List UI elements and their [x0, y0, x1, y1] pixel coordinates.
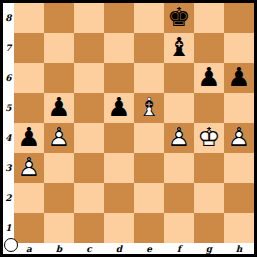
square-g5[interactable]	[194, 93, 224, 123]
rank-label-4: 4	[3, 123, 14, 153]
square-e3[interactable]	[134, 153, 164, 183]
rank-label-6: 6	[3, 63, 14, 93]
square-e5[interactable]: ♝♗	[134, 93, 164, 123]
file-label-h: h	[224, 243, 254, 254]
black-king-glyph: ♚	[164, 4, 194, 30]
square-h8[interactable]	[224, 3, 254, 33]
white-pawn-a3[interactable]: ♟♙	[14, 153, 44, 183]
square-e4[interactable]	[134, 123, 164, 153]
square-f6[interactable]	[164, 63, 194, 93]
square-c1[interactable]	[74, 213, 104, 243]
square-b1[interactable]	[44, 213, 74, 243]
rank-label-3: 3	[3, 153, 14, 183]
square-d2[interactable]	[104, 183, 134, 213]
square-h2[interactable]	[224, 183, 254, 213]
square-d4[interactable]	[104, 123, 134, 153]
black-pawn-g6[interactable]: ♟	[194, 63, 224, 93]
black-bishop-f7[interactable]: ♝	[164, 33, 194, 63]
white-pawn-h4[interactable]: ♟♙	[224, 123, 254, 153]
square-b2[interactable]	[44, 183, 74, 213]
square-f4[interactable]: ♟♙	[164, 123, 194, 153]
square-f1[interactable]	[164, 213, 194, 243]
square-a8[interactable]	[14, 3, 44, 33]
square-c6[interactable]	[74, 63, 104, 93]
black-pawn-b5[interactable]: ♟	[44, 93, 74, 123]
square-g6[interactable]: ♟	[194, 63, 224, 93]
square-d7[interactable]	[104, 33, 134, 63]
square-d5[interactable]: ♟	[104, 93, 134, 123]
square-h1[interactable]	[224, 213, 254, 243]
square-h5[interactable]	[224, 93, 254, 123]
square-c5[interactable]	[74, 93, 104, 123]
square-c7[interactable]	[74, 33, 104, 63]
square-h4[interactable]: ♟♙	[224, 123, 254, 153]
file-label-e: e	[134, 243, 164, 254]
square-b8[interactable]	[44, 3, 74, 33]
square-b6[interactable]	[44, 63, 74, 93]
file-label-c: c	[74, 243, 104, 254]
black-pawn-glyph: ♟	[194, 64, 224, 90]
rank-label-7: 7	[3, 33, 14, 63]
rank-labels: 87654321	[3, 3, 14, 243]
square-d3[interactable]	[104, 153, 134, 183]
square-f5[interactable]	[164, 93, 194, 123]
white-bishop-e5[interactable]: ♝♗	[134, 93, 164, 123]
square-d1[interactable]	[104, 213, 134, 243]
square-c4[interactable]	[74, 123, 104, 153]
square-f2[interactable]	[164, 183, 194, 213]
square-d8[interactable]	[104, 3, 134, 33]
file-label-a: a	[14, 243, 44, 254]
square-h7[interactable]	[224, 33, 254, 63]
black-pawn-a4[interactable]: ♟	[14, 123, 44, 153]
rank-label-2: 2	[3, 183, 14, 213]
white-pawn-outline-glyph: ♙	[14, 154, 44, 180]
square-d6[interactable]	[104, 63, 134, 93]
square-b7[interactable]	[44, 33, 74, 63]
square-a5[interactable]	[14, 93, 44, 123]
square-f3[interactable]	[164, 153, 194, 183]
square-a4[interactable]: ♟	[14, 123, 44, 153]
square-g8[interactable]	[194, 3, 224, 33]
square-e7[interactable]	[134, 33, 164, 63]
square-a3[interactable]: ♟♙	[14, 153, 44, 183]
square-a6[interactable]	[14, 63, 44, 93]
square-c3[interactable]	[74, 153, 104, 183]
square-a1[interactable]	[14, 213, 44, 243]
white-pawn-outline-glyph: ♙	[224, 124, 254, 150]
square-g4[interactable]: ♚♔	[194, 123, 224, 153]
square-a7[interactable]	[14, 33, 44, 63]
white-pawn-outline-glyph: ♙	[164, 124, 194, 150]
file-labels: abcdefgh	[14, 243, 254, 254]
white-king-outline-glyph: ♔	[194, 124, 224, 150]
chess-diagram: 87654321 ♚♝♟♟♟♟♝♗♟♟♙♟♙♚♔♟♙♟♙ abcdefgh	[0, 0, 257, 257]
chess-board: ♚♝♟♟♟♟♝♗♟♟♙♟♙♚♔♟♙♟♙	[14, 3, 254, 243]
black-pawn-glyph: ♟	[44, 94, 74, 120]
black-king-f8[interactable]: ♚	[164, 3, 194, 33]
square-f7[interactable]: ♝	[164, 33, 194, 63]
white-bishop-outline-glyph: ♗	[134, 94, 164, 120]
square-e2[interactable]	[134, 183, 164, 213]
white-pawn-b4[interactable]: ♟♙	[44, 123, 74, 153]
square-c8[interactable]	[74, 3, 104, 33]
square-h3[interactable]	[224, 153, 254, 183]
white-pawn-f4[interactable]: ♟♙	[164, 123, 194, 153]
black-pawn-d5[interactable]: ♟	[104, 93, 134, 123]
square-b3[interactable]	[44, 153, 74, 183]
square-b4[interactable]: ♟♙	[44, 123, 74, 153]
square-f8[interactable]: ♚	[164, 3, 194, 33]
black-pawn-h6[interactable]: ♟	[224, 63, 254, 93]
square-g3[interactable]	[194, 153, 224, 183]
black-bishop-glyph: ♝	[164, 34, 194, 60]
white-to-move-indicator	[4, 238, 18, 252]
square-c2[interactable]	[74, 183, 104, 213]
square-a2[interactable]	[14, 183, 44, 213]
square-e6[interactable]	[134, 63, 164, 93]
square-b5[interactable]: ♟	[44, 93, 74, 123]
square-g7[interactable]	[194, 33, 224, 63]
file-label-g: g	[194, 243, 224, 254]
file-label-d: d	[104, 243, 134, 254]
square-h6[interactable]: ♟	[224, 63, 254, 93]
square-e8[interactable]	[134, 3, 164, 33]
square-e1[interactable]	[134, 213, 164, 243]
rank-label-8: 8	[3, 3, 14, 33]
black-pawn-glyph: ♟	[224, 64, 254, 90]
white-pawn-outline-glyph: ♙	[44, 124, 74, 150]
square-g1[interactable]	[194, 213, 224, 243]
rank-label-5: 5	[3, 93, 14, 123]
file-label-b: b	[44, 243, 74, 254]
black-pawn-glyph: ♟	[14, 124, 44, 150]
file-label-f: f	[164, 243, 194, 254]
square-g2[interactable]	[194, 183, 224, 213]
white-king-g4[interactable]: ♚♔	[194, 123, 224, 153]
black-pawn-glyph: ♟	[104, 94, 134, 120]
